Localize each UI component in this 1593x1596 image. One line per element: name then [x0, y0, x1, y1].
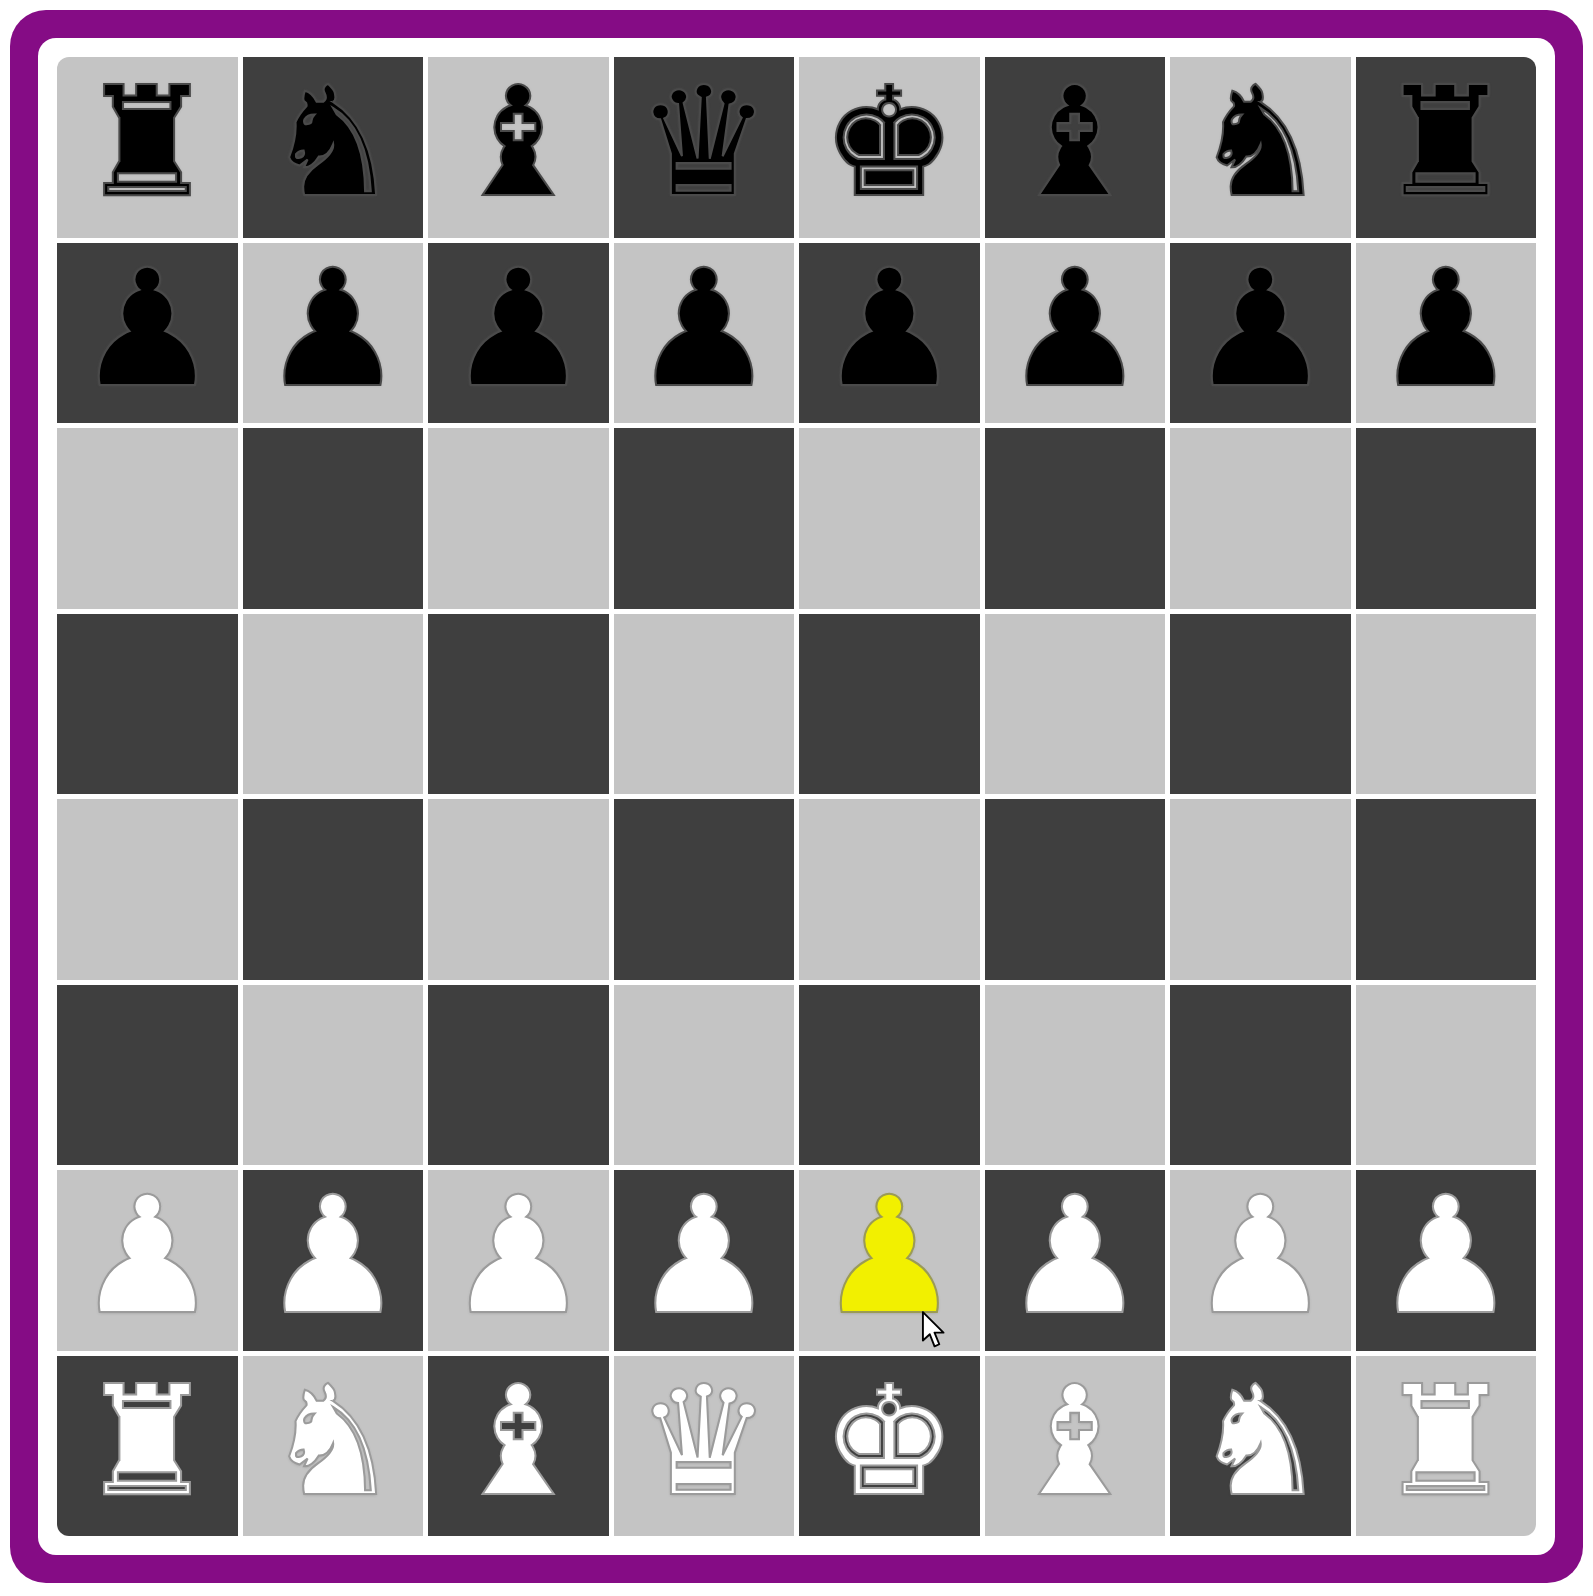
board-frame: ♜♞♝♛♚♝♞♜♟♟♟♟♟♟♟♟♟♟♟♟♟♟♟♟♜♞♝♛♚♝♞♜ — [10, 10, 1583, 1583]
square-b4[interactable] — [243, 799, 424, 980]
piece-white-king[interactable]: ♚ — [821, 1366, 957, 1518]
piece-black-pawn[interactable]: ♟ — [1002, 248, 1147, 410]
square-b6[interactable] — [243, 428, 424, 609]
square-b1[interactable]: ♞ — [243, 1356, 424, 1537]
square-d7[interactable]: ♟ — [614, 243, 795, 424]
square-e5[interactable] — [799, 614, 980, 795]
square-d5[interactable] — [614, 614, 795, 795]
piece-black-pawn[interactable]: ♟ — [446, 248, 591, 410]
piece-black-bishop[interactable]: ♝ — [450, 67, 586, 219]
square-h5[interactable] — [1356, 614, 1537, 795]
piece-white-pawn[interactable]: ♟ — [1188, 1175, 1333, 1337]
square-b5[interactable] — [243, 614, 424, 795]
square-f3[interactable] — [985, 985, 1166, 1166]
square-a3[interactable] — [57, 985, 238, 1166]
piece-black-pawn[interactable]: ♟ — [75, 248, 220, 410]
square-f4[interactable] — [985, 799, 1166, 980]
square-e1[interactable]: ♚ — [799, 1356, 980, 1537]
piece-white-pawn[interactable]: ♟ — [260, 1175, 405, 1337]
piece-black-pawn[interactable]: ♟ — [817, 248, 962, 410]
piece-white-pawn[interactable]: ♟ — [446, 1175, 591, 1337]
square-g4[interactable] — [1170, 799, 1351, 980]
square-b3[interactable] — [243, 985, 424, 1166]
square-d1[interactable]: ♛ — [614, 1356, 795, 1537]
square-c4[interactable] — [428, 799, 609, 980]
piece-white-pawn[interactable]: ♟ — [75, 1175, 220, 1337]
square-g3[interactable] — [1170, 985, 1351, 1166]
board-inner-border: ♜♞♝♛♚♝♞♜♟♟♟♟♟♟♟♟♟♟♟♟♟♟♟♟♜♞♝♛♚♝♞♜ — [38, 38, 1555, 1555]
square-f7[interactable]: ♟ — [985, 243, 1166, 424]
piece-white-pawn-selected[interactable]: ♟ — [817, 1175, 962, 1337]
square-f2[interactable]: ♟ — [985, 1170, 1166, 1351]
piece-black-pawn[interactable]: ♟ — [260, 248, 405, 410]
square-f8[interactable]: ♝ — [985, 57, 1166, 238]
piece-black-rook[interactable]: ♜ — [1378, 67, 1514, 219]
piece-black-queen[interactable]: ♛ — [636, 67, 772, 219]
square-a5[interactable] — [57, 614, 238, 795]
piece-black-bishop[interactable]: ♝ — [1007, 67, 1143, 219]
square-a1[interactable]: ♜ — [57, 1356, 238, 1537]
square-d3[interactable] — [614, 985, 795, 1166]
square-e2[interactable]: ♟ — [799, 1170, 980, 1351]
piece-black-knight[interactable]: ♞ — [265, 67, 401, 219]
piece-white-queen[interactable]: ♛ — [636, 1366, 772, 1518]
square-f5[interactable] — [985, 614, 1166, 795]
piece-black-pawn[interactable]: ♟ — [631, 248, 776, 410]
piece-white-rook[interactable]: ♜ — [1378, 1366, 1514, 1518]
square-c5[interactable] — [428, 614, 609, 795]
piece-white-rook[interactable]: ♜ — [79, 1366, 215, 1518]
square-b8[interactable]: ♞ — [243, 57, 424, 238]
square-d8[interactable]: ♛ — [614, 57, 795, 238]
square-a7[interactable]: ♟ — [57, 243, 238, 424]
square-h3[interactable] — [1356, 985, 1537, 1166]
square-b7[interactable]: ♟ — [243, 243, 424, 424]
square-g7[interactable]: ♟ — [1170, 243, 1351, 424]
piece-white-knight[interactable]: ♞ — [1192, 1366, 1328, 1518]
square-h2[interactable]: ♟ — [1356, 1170, 1537, 1351]
square-h4[interactable] — [1356, 799, 1537, 980]
square-f1[interactable]: ♝ — [985, 1356, 1166, 1537]
square-e7[interactable]: ♟ — [799, 243, 980, 424]
square-a2[interactable]: ♟ — [57, 1170, 238, 1351]
square-g2[interactable]: ♟ — [1170, 1170, 1351, 1351]
square-b2[interactable]: ♟ — [243, 1170, 424, 1351]
square-g5[interactable] — [1170, 614, 1351, 795]
piece-white-bishop[interactable]: ♝ — [1007, 1366, 1143, 1518]
square-h6[interactable] — [1356, 428, 1537, 609]
square-c1[interactable]: ♝ — [428, 1356, 609, 1537]
square-h1[interactable]: ♜ — [1356, 1356, 1537, 1537]
square-e8[interactable]: ♚ — [799, 57, 980, 238]
square-g6[interactable] — [1170, 428, 1351, 609]
square-c7[interactable]: ♟ — [428, 243, 609, 424]
piece-white-pawn[interactable]: ♟ — [631, 1175, 776, 1337]
piece-black-rook[interactable]: ♜ — [79, 67, 215, 219]
piece-white-pawn[interactable]: ♟ — [1373, 1175, 1518, 1337]
square-a8[interactable]: ♜ — [57, 57, 238, 238]
square-a6[interactable] — [57, 428, 238, 609]
square-c6[interactable] — [428, 428, 609, 609]
piece-white-pawn[interactable]: ♟ — [1002, 1175, 1147, 1337]
square-f6[interactable] — [985, 428, 1166, 609]
square-d2[interactable]: ♟ — [614, 1170, 795, 1351]
square-g8[interactable]: ♞ — [1170, 57, 1351, 238]
square-h7[interactable]: ♟ — [1356, 243, 1537, 424]
square-a4[interactable] — [57, 799, 238, 980]
piece-black-knight[interactable]: ♞ — [1192, 67, 1328, 219]
piece-white-knight[interactable]: ♞ — [265, 1366, 401, 1518]
square-c2[interactable]: ♟ — [428, 1170, 609, 1351]
square-d4[interactable] — [614, 799, 795, 980]
piece-black-king[interactable]: ♚ — [821, 67, 957, 219]
square-c8[interactable]: ♝ — [428, 57, 609, 238]
square-h8[interactable]: ♜ — [1356, 57, 1537, 238]
square-d6[interactable] — [614, 428, 795, 609]
square-g1[interactable]: ♞ — [1170, 1356, 1351, 1537]
chess-board: ♜♞♝♛♚♝♞♜♟♟♟♟♟♟♟♟♟♟♟♟♟♟♟♟♜♞♝♛♚♝♞♜ — [57, 57, 1536, 1536]
square-c3[interactable] — [428, 985, 609, 1166]
square-e4[interactable] — [799, 799, 980, 980]
piece-white-bishop[interactable]: ♝ — [450, 1366, 586, 1518]
square-e6[interactable] — [799, 428, 980, 609]
piece-black-pawn[interactable]: ♟ — [1188, 248, 1333, 410]
square-e3[interactable] — [799, 985, 980, 1166]
piece-black-pawn[interactable]: ♟ — [1373, 248, 1518, 410]
